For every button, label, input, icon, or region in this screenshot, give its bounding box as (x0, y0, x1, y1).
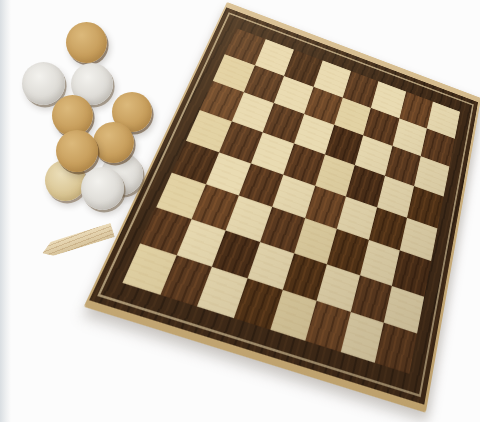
page-left-edge-shading (0, 0, 11, 422)
checker-disc-wood[interactable] (52, 95, 93, 136)
checker-disc-silver[interactable] (22, 62, 65, 105)
checker-disc-wood[interactable] (56, 130, 98, 172)
board-inlay-line (97, 12, 474, 397)
checker-disc-wood[interactable] (66, 22, 107, 63)
board-face (89, 7, 478, 404)
photo-scene (0, 0, 480, 422)
checkers-board (84, 2, 480, 413)
wooden-stand-wedge (40, 223, 115, 259)
checker-disc-wood[interactable] (93, 122, 134, 163)
checker-disc-silver[interactable] (81, 167, 124, 210)
